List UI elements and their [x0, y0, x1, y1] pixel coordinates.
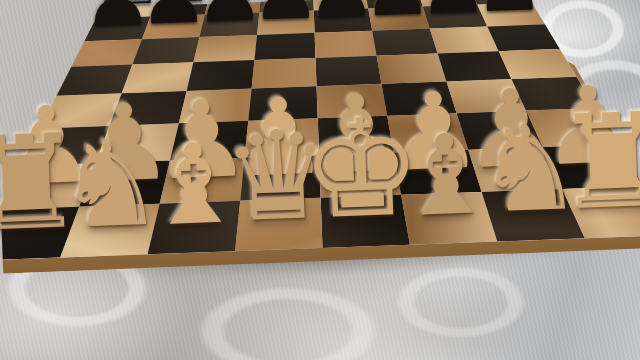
- photo-of-chess-set: ♜♞♝♛♚♝♞♜♟♟♟♟♟♟♟♟♟♟♟♟♟♟♟♟♜♞♝♛♚♝♞♜: [0, 0, 640, 360]
- chess-pieces: ♜♞♝♛♚♝♞♜♟♟♟♟♟♟♟♟♟♟♟♟♟♟♟♟♜♞♝♛♚♝♞♜: [0, 0, 640, 360]
- white-rook-h1: ♜: [553, 95, 640, 229]
- chess-scene: ♜♞♝♛♚♝♞♜♟♟♟♟♟♟♟♟♟♟♟♟♟♟♟♟♜♞♝♛♚♝♞♜: [0, 0, 640, 360]
- black-pawn-h7: ♟: [473, 0, 545, 25]
